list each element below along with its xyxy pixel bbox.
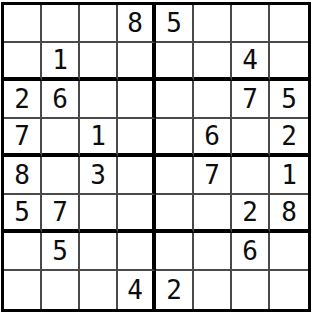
- cell-r3c7: 7: [232, 81, 270, 119]
- cell-r6c4[interactable]: [118, 195, 156, 233]
- cell-r4c8: 2: [270, 119, 308, 157]
- cell-r5c8: 1: [270, 157, 308, 195]
- cell-r3c1: 2: [4, 81, 42, 119]
- cell-r7c1[interactable]: [4, 233, 42, 271]
- cell-r5c6: 7: [194, 157, 232, 195]
- cell-r6c3[interactable]: [80, 195, 118, 233]
- cell-r5c5[interactable]: [156, 157, 194, 195]
- cell-r5c1: 8: [4, 157, 42, 195]
- cell-r2c3[interactable]: [80, 43, 118, 81]
- cell-r3c6[interactable]: [194, 81, 232, 119]
- cell-r1c5: 5: [156, 5, 194, 43]
- cell-r7c5[interactable]: [156, 233, 194, 271]
- cell-r7c3[interactable]: [80, 233, 118, 271]
- cell-r8c4: 4: [118, 271, 156, 309]
- cell-r5c7[interactable]: [232, 157, 270, 195]
- cell-r8c8[interactable]: [270, 271, 308, 309]
- cell-r7c8[interactable]: [270, 233, 308, 271]
- cell-r6c5[interactable]: [156, 195, 194, 233]
- cell-r7c7: 6: [232, 233, 270, 271]
- cell-r4c7[interactable]: [232, 119, 270, 157]
- cell-r5c3: 3: [80, 157, 118, 195]
- cell-r5c2[interactable]: [42, 157, 80, 195]
- cell-r3c8: 5: [270, 81, 308, 119]
- sudoku-board: 851426757162837157285642: [1, 2, 311, 312]
- cell-r8c3[interactable]: [80, 271, 118, 309]
- cell-r1c2[interactable]: [42, 5, 80, 43]
- cell-r7c2: 5: [42, 233, 80, 271]
- cell-r8c6[interactable]: [194, 271, 232, 309]
- cell-r6c7: 2: [232, 195, 270, 233]
- cell-r1c1[interactable]: [4, 5, 42, 43]
- cell-r2c8[interactable]: [270, 43, 308, 81]
- cell-r7c6[interactable]: [194, 233, 232, 271]
- cell-r6c8: 8: [270, 195, 308, 233]
- cell-r8c1[interactable]: [4, 271, 42, 309]
- cell-r3c4[interactable]: [118, 81, 156, 119]
- cell-r2c1[interactable]: [4, 43, 42, 81]
- cell-r1c8[interactable]: [270, 5, 308, 43]
- cell-r1c3[interactable]: [80, 5, 118, 43]
- cell-r1c7[interactable]: [232, 5, 270, 43]
- cell-r4c2[interactable]: [42, 119, 80, 157]
- cell-r1c4: 8: [118, 5, 156, 43]
- cell-r6c1: 5: [4, 195, 42, 233]
- cell-r8c2[interactable]: [42, 271, 80, 309]
- cell-r3c2: 6: [42, 81, 80, 119]
- cell-r2c7: 4: [232, 43, 270, 81]
- cell-r4c4[interactable]: [118, 119, 156, 157]
- cell-r8c7[interactable]: [232, 271, 270, 309]
- cell-r4c6: 6: [194, 119, 232, 157]
- cell-r4c3: 1: [80, 119, 118, 157]
- cell-r7c4[interactable]: [118, 233, 156, 271]
- cell-r1c6[interactable]: [194, 5, 232, 43]
- cell-r2c6[interactable]: [194, 43, 232, 81]
- cell-r2c5[interactable]: [156, 43, 194, 81]
- cell-r6c6[interactable]: [194, 195, 232, 233]
- cell-r3c3[interactable]: [80, 81, 118, 119]
- cell-r2c4[interactable]: [118, 43, 156, 81]
- cell-r6c2: 7: [42, 195, 80, 233]
- cell-r5c4[interactable]: [118, 157, 156, 195]
- cell-r8c5: 2: [156, 271, 194, 309]
- cell-r4c5[interactable]: [156, 119, 194, 157]
- cell-r3c5[interactable]: [156, 81, 194, 119]
- cell-r2c2: 1: [42, 43, 80, 81]
- cell-r4c1: 7: [4, 119, 42, 157]
